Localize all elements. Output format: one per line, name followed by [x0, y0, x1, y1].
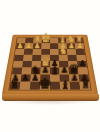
square-h8[interactable]: ♜	[10, 82, 21, 90]
board-grid: ♜♚♝♞♜♟♟♟♟♟♟♞♛♟♟♞♟♝♟♛♟♟♟♟♟♜♚♝♜	[10, 38, 91, 90]
square-f2[interactable]: ♟	[33, 43, 42, 49]
square-h5[interactable]	[13, 61, 23, 68]
piece-black-bishop[interactable]: ♝	[57, 79, 74, 91]
square-g4[interactable]	[23, 55, 32, 61]
square-g3[interactable]	[24, 49, 33, 55]
square-c8[interactable]: ♝	[60, 82, 70, 90]
square-a8[interactable]: ♜	[79, 82, 90, 90]
square-a3[interactable]	[76, 49, 85, 55]
piece-white-pawn[interactable]: ♟	[30, 42, 44, 50]
square-d6[interactable]: ♝	[50, 68, 60, 75]
chess-board: ♜♚♝♞♜♟♟♟♟♟♟♞♛♟♟♞♟♝♟♛♟♟♟♟♟♜♚♝♜	[2, 35, 98, 95]
piece-black-rook[interactable]: ♜	[77, 80, 94, 90]
square-c3[interactable]: ♞	[59, 49, 68, 55]
square-e8[interactable]: ♚	[40, 82, 50, 90]
board-shadow	[3, 99, 97, 105]
piece-black-bishop[interactable]: ♝	[47, 64, 63, 75]
piece-white-pawn[interactable]: ♟	[73, 42, 87, 50]
piece-black-king[interactable]: ♚	[36, 76, 53, 91]
piece-black-rook[interactable]: ♜	[6, 80, 23, 90]
piece-white-knight[interactable]: ♞	[56, 46, 71, 56]
board-scene: ♜♚♝♞♜♟♟♟♟♟♟♞♛♟♟♞♟♝♟♛♟♟♟♟♟♜♚♝♜	[8, 19, 92, 103]
square-a2[interactable]: ♟	[75, 43, 84, 49]
chess-set-photo: ♜♚♝♞♜♟♟♟♟♟♟♞♛♟♟♞♟♝♟♛♟♟♟♟♟♜♚♝♜	[0, 0, 100, 132]
